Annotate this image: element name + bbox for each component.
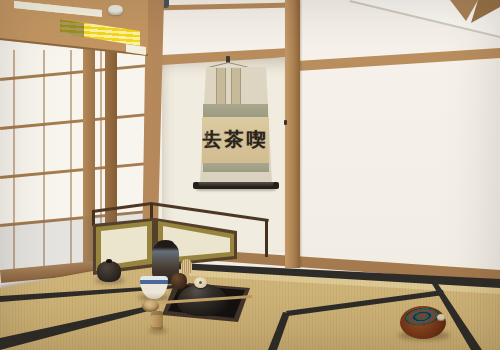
kekkai-leg (265, 219, 268, 257)
scroll-lower-band (203, 163, 269, 172)
scroll-calligraphy-panel: 去 茶 喫 (202, 117, 269, 163)
kensui-pot-knob (106, 259, 112, 263)
scroll-roller (196, 182, 276, 189)
scroll-upper-band (203, 104, 268, 117)
scroll-futai-strip (231, 68, 241, 105)
scroll-futai-strip (216, 68, 226, 105)
kekkai-leg (92, 211, 95, 226)
scroll-roller-knob (193, 182, 199, 189)
futaoki-lid-rest (151, 311, 163, 330)
tea-room-photo: 去 茶 喫 (0, 0, 500, 350)
kensui-pot (97, 261, 121, 282)
natsume-tea-caddy (171, 273, 187, 289)
calligraphy-char-cha: 茶 (225, 127, 247, 153)
round-container-knob (437, 314, 445, 321)
calligraphy-char-kitsu: 喫 (247, 127, 269, 153)
scroll-roller-knob (273, 182, 279, 189)
kettle-lid-knob-dot (199, 281, 202, 284)
pillar-nail (284, 120, 287, 125)
chasen-whisk (181, 259, 192, 273)
mizusashi-lid (157, 240, 174, 247)
tokonoma-pillar (285, 0, 300, 268)
smoke-detector (108, 5, 123, 15)
